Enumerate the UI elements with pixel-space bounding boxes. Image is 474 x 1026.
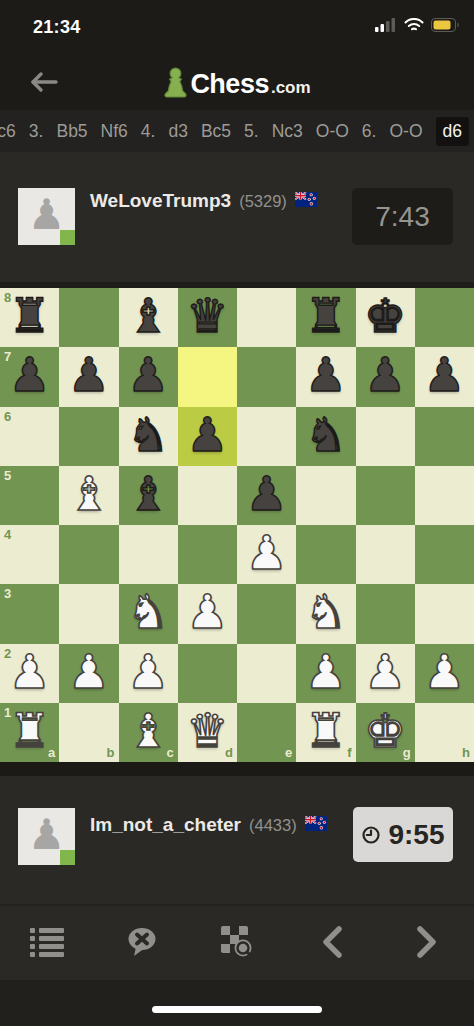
square-c4[interactable] [119,525,178,584]
square-g7[interactable]: ♟ [356,347,415,406]
piece-black-king[interactable]: ♚ [364,292,406,339]
player-avatar[interactable]: ♟ [18,808,75,865]
move-token[interactable]: Bb5 [56,121,87,142]
square-g1[interactable]: g♚ [356,703,415,762]
file-label-f: f [347,746,351,759]
square-a6[interactable]: 6 [0,407,59,466]
square-f4[interactable] [296,525,355,584]
move-token[interactable]: Nf6 [101,121,128,142]
square-g6[interactable] [356,407,415,466]
square-c5[interactable]: ♝ [119,466,178,525]
wifi-icon [404,18,424,36]
piece-white-bishop[interactable]: ♝ [127,707,169,754]
square-f8[interactable]: ♜ [296,288,355,347]
square-b4[interactable] [59,525,118,584]
rank-label-3: 3 [4,587,11,600]
piece-black-rook[interactable]: ♜ [9,292,51,339]
move-token[interactable]: d3 [168,121,187,142]
square-b8[interactable] [59,288,118,347]
square-d1[interactable]: d♛ [178,703,237,762]
square-g8[interactable]: ♚ [356,288,415,347]
square-f1[interactable]: f♜ [296,703,355,762]
square-a2[interactable]: 2♟ [0,644,59,703]
square-f5[interactable] [296,466,355,525]
square-e8[interactable] [237,288,296,347]
square-e4[interactable]: ♟ [237,525,296,584]
square-g2[interactable]: ♟ [356,644,415,703]
player-info-row: ♟ Im_not_a_cheter (4433) [0,776,474,904]
square-d4[interactable] [178,525,237,584]
square-h1[interactable]: h [415,703,474,762]
piece-black-bishop[interactable]: ♝ [127,470,169,517]
square-f3[interactable]: ♞ [296,584,355,643]
square-c6[interactable]: ♞ [119,407,178,466]
piece-white-queen[interactable]: ♛ [186,707,228,754]
piece-white-king[interactable]: ♚ [364,707,406,754]
piece-black-rook[interactable]: ♜ [305,292,347,339]
square-d5[interactable] [178,466,237,525]
opponent-clock-time: 7:43 [375,201,430,233]
square-h4[interactable] [415,525,474,584]
move-token[interactable]: 4. [141,121,156,142]
new-zealand-flag-icon [305,816,327,835]
square-h7[interactable]: ♟ [415,347,474,406]
chat-disabled-button[interactable] [95,904,190,980]
opponent-avatar[interactable]: ♟ [18,188,75,245]
piece-black-pawn[interactable]: ♟ [305,351,347,398]
analysis-button[interactable] [190,904,285,980]
square-a1[interactable]: 1a♜ [0,703,59,762]
square-f6[interactable]: ♞ [296,407,355,466]
home-indicator[interactable] [152,1006,322,1013]
square-b1[interactable]: b [59,703,118,762]
square-b5[interactable]: ♝ [59,466,118,525]
piece-black-pawn[interactable]: ♟ [423,351,465,398]
file-label-h: h [462,746,470,759]
chat-disabled-icon [124,926,160,958]
new-zealand-flag-icon [295,192,317,211]
square-e6[interactable] [237,407,296,466]
square-d8[interactable]: ♛ [178,288,237,347]
piece-black-knight[interactable]: ♞ [127,411,169,458]
square-d6[interactable]: ♟ [178,407,237,466]
moves-list-button[interactable] [0,904,95,980]
next-move-button[interactable] [379,904,474,980]
online-status-badge [60,230,75,245]
opponent-info-row: ♟ WeLoveTrump3 (5329) [0,152,474,282]
square-c7[interactable]: ♟ [119,347,178,406]
piece-white-pawn[interactable]: ♟ [68,648,110,695]
piece-black-pawn[interactable]: ♟ [186,411,228,458]
square-a4[interactable]: 4 [0,525,59,584]
square-a8[interactable]: 8♜ [0,288,59,347]
cellular-signal-icon [375,18,397,36]
move-token[interactable]: O-O [316,121,349,142]
piece-white-pawn[interactable]: ♟ [127,648,169,695]
square-a3[interactable]: 3 [0,584,59,643]
move-token[interactable]: O-O [389,121,422,142]
rank-label-6: 6 [4,410,11,423]
online-status-badge [60,850,75,865]
square-f7[interactable]: ♟ [296,347,355,406]
move-token[interactable]: d6 [436,117,469,146]
chess-app-screen: 21:34 [0,0,474,1026]
square-c8[interactable]: ♝ [119,288,178,347]
status-bar: 21:34 [0,0,474,54]
square-h5[interactable] [415,466,474,525]
back-button[interactable] [24,64,64,100]
move-token[interactable]: 3. [29,121,44,142]
square-g5[interactable] [356,466,415,525]
square-a5[interactable]: 5 [0,466,59,525]
square-f2[interactable]: ♟ [296,644,355,703]
square-d2[interactable] [178,644,237,703]
square-b2[interactable]: ♟ [59,644,118,703]
piece-black-knight[interactable]: ♞ [305,411,347,458]
logo-text-chess: Chess [190,71,269,98]
opponent-username[interactable]: WeLoveTrump3 [90,190,231,212]
move-token[interactable]: 5. [244,121,259,142]
chess-board[interactable]: 8♜♝♛♜♚7♟♟♟♟♟♟6♞♟♞5♝♝♟4♟3♞♟♞2♟♟♟♟♟♟1a♜bc♝… [0,288,474,762]
piece-white-rook[interactable]: ♜ [9,707,51,754]
player-clock-time: 9:55 [388,819,444,851]
player-username[interactable]: Im_not_a_cheter [90,814,241,836]
square-c1[interactable]: c♝ [119,703,178,762]
square-h8[interactable] [415,288,474,347]
square-g3[interactable] [356,584,415,643]
analysis-board-icon [220,925,254,959]
opponent-rating: (5329) [239,192,287,211]
home-indicator-area [0,980,474,1026]
square-a7[interactable]: 7♟ [0,347,59,406]
piece-black-pawn[interactable]: ♟ [127,351,169,398]
square-b3[interactable] [59,584,118,643]
clock-icon [361,825,381,845]
piece-black-bishop[interactable]: ♝ [127,292,169,339]
chesscom-pawn-icon [163,67,188,98]
piece-white-knight[interactable]: ♞ [305,588,347,635]
piece-white-pawn[interactable]: ♟ [305,648,347,695]
square-d3[interactable]: ♟ [178,584,237,643]
rank-label-5: 5 [4,469,11,482]
battery-icon [431,18,460,36]
piece-black-pawn[interactable]: ♟ [9,351,51,398]
piece-white-rook[interactable]: ♜ [305,707,347,754]
piece-black-pawn[interactable]: ♟ [364,351,406,398]
square-b7[interactable]: ♟ [59,347,118,406]
square-h3[interactable] [415,584,474,643]
logo-text-com: .com [271,79,311,98]
previous-move-button[interactable] [284,904,379,980]
player-rating: (4433) [249,816,297,835]
move-token[interactable]: Bc5 [201,121,231,142]
piece-black-pawn[interactable]: ♟ [246,470,288,517]
square-e3[interactable] [237,584,296,643]
piece-white-bishop[interactable]: ♝ [68,470,110,517]
move-list-bar[interactable]: Nc63.Bb5Nf64.d3Bc55.Nc3O-O6.O-Od6 [0,110,474,152]
piece-white-pawn[interactable]: ♟ [423,648,465,695]
file-label-e: e [285,746,292,759]
piece-white-pawn[interactable]: ♟ [186,588,228,635]
square-d7[interactable] [178,347,237,406]
move-token[interactable]: Nc3 [272,121,303,142]
app-header: Chess .com [0,54,474,110]
move-token[interactable]: Nc6 [0,121,16,142]
square-h6[interactable] [415,407,474,466]
piece-white-knight[interactable]: ♞ [127,588,169,635]
square-e2[interactable] [237,644,296,703]
piece-white-pawn[interactable]: ♟ [9,648,51,695]
piece-white-pawn[interactable]: ♟ [364,648,406,695]
player-clock-active: 9:55 [353,807,453,862]
moves-list-icon [30,927,64,957]
status-time: 21:34 [33,17,81,38]
chesscom-logo: Chess .com [163,67,310,98]
piece-black-pawn[interactable]: ♟ [68,351,110,398]
square-g4[interactable] [356,525,415,584]
opponent-clock: 7:43 [352,188,453,245]
board-bottom-gap [0,762,474,776]
square-e7[interactable] [237,347,296,406]
square-c2[interactable]: ♟ [119,644,178,703]
square-e1[interactable]: e [237,703,296,762]
move-token[interactable]: 6. [362,121,377,142]
square-h2[interactable]: ♟ [415,644,474,703]
file-label-b: b [107,746,115,759]
square-b6[interactable] [59,407,118,466]
back-arrow-icon [29,71,59,93]
chevron-left-icon [321,925,343,959]
piece-black-queen[interactable]: ♛ [186,292,228,339]
piece-white-pawn[interactable]: ♟ [246,529,288,576]
rank-label-4: 4 [4,528,11,541]
square-e5[interactable]: ♟ [237,466,296,525]
chevron-right-icon [416,925,438,959]
square-c3[interactable]: ♞ [119,584,178,643]
game-toolbar [0,904,474,980]
